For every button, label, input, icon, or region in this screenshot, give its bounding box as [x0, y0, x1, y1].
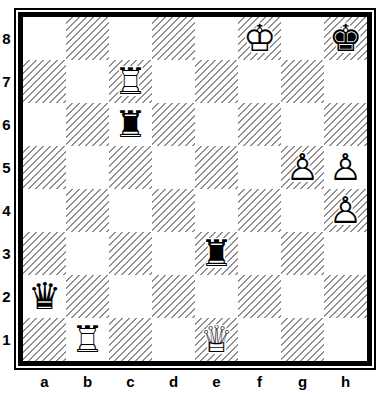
square-g5[interactable]: ♟♙	[281, 146, 324, 189]
square-e5[interactable]	[195, 146, 238, 189]
square-b1[interactable]: ♜♖	[66, 318, 109, 361]
black-rook[interactable]: ♜	[109, 103, 152, 146]
square-h8[interactable]: ♚♚	[324, 17, 367, 60]
square-a4[interactable]	[23, 189, 66, 232]
file-label-g: g	[281, 371, 324, 391]
black-king[interactable]: ♚	[324, 17, 367, 60]
square-h4[interactable]: ♟♙	[324, 189, 367, 232]
square-d1[interactable]	[152, 318, 195, 361]
rank-label-2: 2	[0, 275, 13, 318]
rank-label-3: 3	[0, 232, 13, 275]
square-a5[interactable]	[23, 146, 66, 189]
square-f1[interactable]	[238, 318, 281, 361]
file-label-d: d	[152, 371, 195, 391]
square-e2[interactable]	[195, 275, 238, 318]
black-queen[interactable]: ♛	[23, 275, 66, 318]
rank-label-6: 6	[0, 103, 13, 146]
square-c2[interactable]	[109, 275, 152, 318]
square-d8[interactable]	[152, 17, 195, 60]
square-g7[interactable]	[281, 60, 324, 103]
square-g3[interactable]	[281, 232, 324, 275]
board-grid: ♚♔♚♚♜♖♜♜♟♙♟♙♟♙♜♜♛♛♜♖♛♕	[23, 17, 367, 361]
square-g2[interactable]	[281, 275, 324, 318]
square-g6[interactable]	[281, 103, 324, 146]
square-h5[interactable]: ♟♙	[324, 146, 367, 189]
square-e8[interactable]	[195, 17, 238, 60]
square-a7[interactable]	[23, 60, 66, 103]
square-b6[interactable]	[66, 103, 109, 146]
white-rook[interactable]: ♖	[109, 60, 152, 103]
square-h2[interactable]	[324, 275, 367, 318]
square-a8[interactable]	[23, 17, 66, 60]
rank-label-5: 5	[0, 146, 13, 189]
square-e7[interactable]	[195, 60, 238, 103]
square-a2[interactable]: ♛♛	[23, 275, 66, 318]
square-d4[interactable]	[152, 189, 195, 232]
chess-board: ♚♔♚♚♜♖♜♜♟♙♟♙♟♙♜♜♛♛♜♖♛♕	[14, 8, 376, 370]
square-h1[interactable]	[324, 318, 367, 361]
white-king[interactable]: ♔	[238, 17, 281, 60]
square-d2[interactable]	[152, 275, 195, 318]
square-f2[interactable]	[238, 275, 281, 318]
file-label-e: e	[195, 371, 238, 391]
square-g1[interactable]	[281, 318, 324, 361]
square-a1[interactable]	[23, 318, 66, 361]
square-f5[interactable]	[238, 146, 281, 189]
square-f4[interactable]	[238, 189, 281, 232]
square-e6[interactable]	[195, 103, 238, 146]
white-queen[interactable]: ♕	[195, 318, 238, 361]
chess-diagram: 87654321 ♚♔♚♚♜♖♜♜♟♙♟♙♟♙♜♜♛♛♜♖♛♕ abcdefgh	[0, 0, 387, 394]
rank-labels: 87654321	[0, 17, 13, 361]
square-f7[interactable]	[238, 60, 281, 103]
square-c6[interactable]: ♜♜	[109, 103, 152, 146]
white-pawn[interactable]: ♙	[281, 146, 324, 189]
square-h3[interactable]	[324, 232, 367, 275]
square-c1[interactable]	[109, 318, 152, 361]
square-c7[interactable]: ♜♖	[109, 60, 152, 103]
white-pawn[interactable]: ♙	[324, 146, 367, 189]
square-f8[interactable]: ♚♔	[238, 17, 281, 60]
square-e3[interactable]: ♜♜	[195, 232, 238, 275]
file-label-a: a	[23, 371, 66, 391]
white-pawn[interactable]: ♙	[324, 189, 367, 232]
rank-label-8: 8	[0, 17, 13, 60]
square-b2[interactable]	[66, 275, 109, 318]
square-d3[interactable]	[152, 232, 195, 275]
square-a6[interactable]	[23, 103, 66, 146]
square-e4[interactable]	[195, 189, 238, 232]
square-e1[interactable]: ♛♕	[195, 318, 238, 361]
square-c5[interactable]	[109, 146, 152, 189]
rank-label-7: 7	[0, 60, 13, 103]
square-b8[interactable]	[66, 17, 109, 60]
square-h6[interactable]	[324, 103, 367, 146]
square-c8[interactable]	[109, 17, 152, 60]
square-h7[interactable]	[324, 60, 367, 103]
square-d6[interactable]	[152, 103, 195, 146]
square-g4[interactable]	[281, 189, 324, 232]
square-b7[interactable]	[66, 60, 109, 103]
black-rook[interactable]: ♜	[195, 232, 238, 275]
square-g8[interactable]	[281, 17, 324, 60]
board-inner-border: ♚♔♚♚♜♖♜♜♟♙♟♙♟♙♜♜♛♛♜♖♛♕	[18, 12, 372, 366]
square-b3[interactable]	[66, 232, 109, 275]
rank-label-4: 4	[0, 189, 13, 232]
file-label-c: c	[109, 371, 152, 391]
square-b4[interactable]	[66, 189, 109, 232]
square-d5[interactable]	[152, 146, 195, 189]
file-label-b: b	[66, 371, 109, 391]
file-labels: abcdefgh	[23, 371, 367, 391]
square-f3[interactable]	[238, 232, 281, 275]
square-b5[interactable]	[66, 146, 109, 189]
square-c4[interactable]	[109, 189, 152, 232]
square-a3[interactable]	[23, 232, 66, 275]
square-f6[interactable]	[238, 103, 281, 146]
file-label-f: f	[238, 371, 281, 391]
square-c3[interactable]	[109, 232, 152, 275]
file-label-h: h	[324, 371, 367, 391]
white-rook[interactable]: ♖	[66, 318, 109, 361]
square-d7[interactable]	[152, 60, 195, 103]
rank-label-1: 1	[0, 318, 13, 361]
